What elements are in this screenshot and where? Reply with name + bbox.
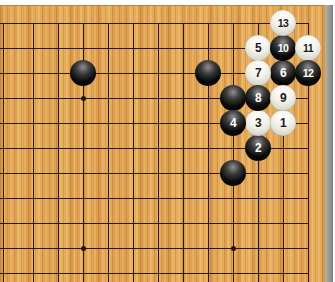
stone-black-R14: 2 <box>245 135 271 161</box>
move-number: 2 <box>255 142 261 154</box>
stone-black-Q13 <box>220 160 246 186</box>
stone-white-R17: 7 <box>245 60 271 86</box>
stone-black-R16: 8 <box>245 85 271 111</box>
stone-black-Q16 <box>220 85 246 111</box>
star-point <box>81 246 86 251</box>
grid-hline <box>0 248 309 249</box>
move-number: 10 <box>278 43 289 54</box>
grid-vline <box>108 23 109 282</box>
grid-vline <box>58 23 59 282</box>
grid-vline <box>183 23 184 282</box>
go-diagram-screenshot: 12345678910111213 <box>0 0 335 282</box>
grid-hline <box>0 173 309 174</box>
stone-white-S16: 9 <box>270 85 296 111</box>
stone-black-S17: 6 <box>270 60 296 86</box>
move-number: 4 <box>230 117 236 129</box>
go-board: 12345678910111213 <box>0 5 325 282</box>
grid-vline <box>133 23 134 282</box>
grid-hline <box>0 273 309 274</box>
grid-vline <box>158 23 159 282</box>
stone-white-R18: 5 <box>245 35 271 61</box>
stone-black-K17 <box>70 60 96 86</box>
stone-black-T17: 12 <box>295 60 321 86</box>
move-number: 3 <box>255 117 261 129</box>
star-point <box>81 96 86 101</box>
move-number: 6 <box>280 67 286 79</box>
grid-hline <box>0 198 309 199</box>
stone-black-Q15: 4 <box>220 110 246 136</box>
move-number: 12 <box>303 68 314 79</box>
stone-white-S15: 1 <box>270 110 296 136</box>
grid-vline <box>33 23 34 282</box>
top-white-strip <box>0 0 335 5</box>
grid-vline <box>233 23 234 282</box>
stone-white-S19: 13 <box>270 10 296 36</box>
move-number: 11 <box>303 43 313 54</box>
stone-black-P17 <box>195 60 221 86</box>
move-number: 9 <box>280 92 286 104</box>
star-point <box>231 246 236 251</box>
grid-vline <box>3 23 4 282</box>
stone-white-T18: 11 <box>295 35 321 61</box>
grid-hline <box>0 23 309 24</box>
move-number: 1 <box>280 117 286 129</box>
stone-black-S18: 10 <box>270 35 296 61</box>
move-number: 8 <box>255 92 261 104</box>
stone-white-R15: 3 <box>245 110 271 136</box>
board-right-shadow <box>325 5 333 282</box>
grid-hline <box>0 223 309 224</box>
move-number: 5 <box>255 42 261 54</box>
move-number: 7 <box>255 67 261 79</box>
move-number: 13 <box>278 18 289 29</box>
